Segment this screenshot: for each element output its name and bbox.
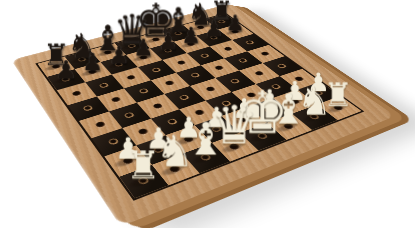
peg-hole — [152, 103, 163, 110]
peg-hole — [190, 73, 201, 79]
peg-hole — [151, 67, 161, 72]
black-pawn-a7[interactable]: ♟ — [55, 57, 77, 82]
peg-hole — [124, 112, 135, 119]
peg-hole — [99, 82, 110, 88]
peg-hole — [126, 75, 136, 81]
black-pawn-f7[interactable]: ♟ — [181, 24, 201, 46]
peg-hole — [94, 121, 106, 128]
peg-hole — [82, 105, 93, 112]
peg-hole — [254, 71, 265, 77]
peg-hole — [200, 53, 210, 58]
peg-hole — [277, 63, 288, 68]
black-pawn-d7[interactable]: ♟ — [133, 37, 154, 60]
peg-hole — [111, 96, 122, 102]
peg-hole — [165, 80, 176, 86]
chess-set-photo: ♜♞♝♛♚♝♞♜♟♟♟♟♟♟♟♟♟♟♟♟♟♟♟♟♜♞♝♛♚♝♞♜ — [0, 0, 415, 228]
white-rook-a1[interactable]: ♜ — [126, 146, 160, 184]
peg-hole — [205, 86, 216, 92]
black-pawn-e7[interactable]: ♟ — [158, 30, 178, 53]
black-pawn-b7[interactable]: ♟ — [82, 50, 104, 74]
black-pawn-c7[interactable]: ♟ — [108, 43, 129, 67]
board-grid: ♜♞♝♛♚♝♞♜♟♟♟♟♟♟♟♟♟♟♟♟♟♟♟♟♜♞♝♛♚♝♞♜ — [35, 13, 364, 201]
peg-hole — [223, 46, 233, 51]
peg-hole — [138, 88, 149, 94]
peg-hole — [176, 60, 186, 65]
peg-hole — [245, 40, 255, 45]
peg-hole — [179, 94, 190, 100]
peg-hole — [238, 58, 248, 63]
peg-hole — [71, 90, 82, 96]
peg-hole — [214, 65, 225, 70]
white-knight-b1[interactable]: ♞ — [156, 130, 195, 173]
black-pawn-g7[interactable]: ♟ — [204, 18, 224, 40]
chess-board: ♜♞♝♛♚♝♞♜♟♟♟♟♟♟♟♟♟♟♟♟♟♟♟♟♜♞♝♛♚♝♞♜ — [11, 3, 395, 226]
peg-hole — [260, 51, 270, 56]
black-pawn-h7[interactable]: ♟ — [226, 12, 245, 34]
